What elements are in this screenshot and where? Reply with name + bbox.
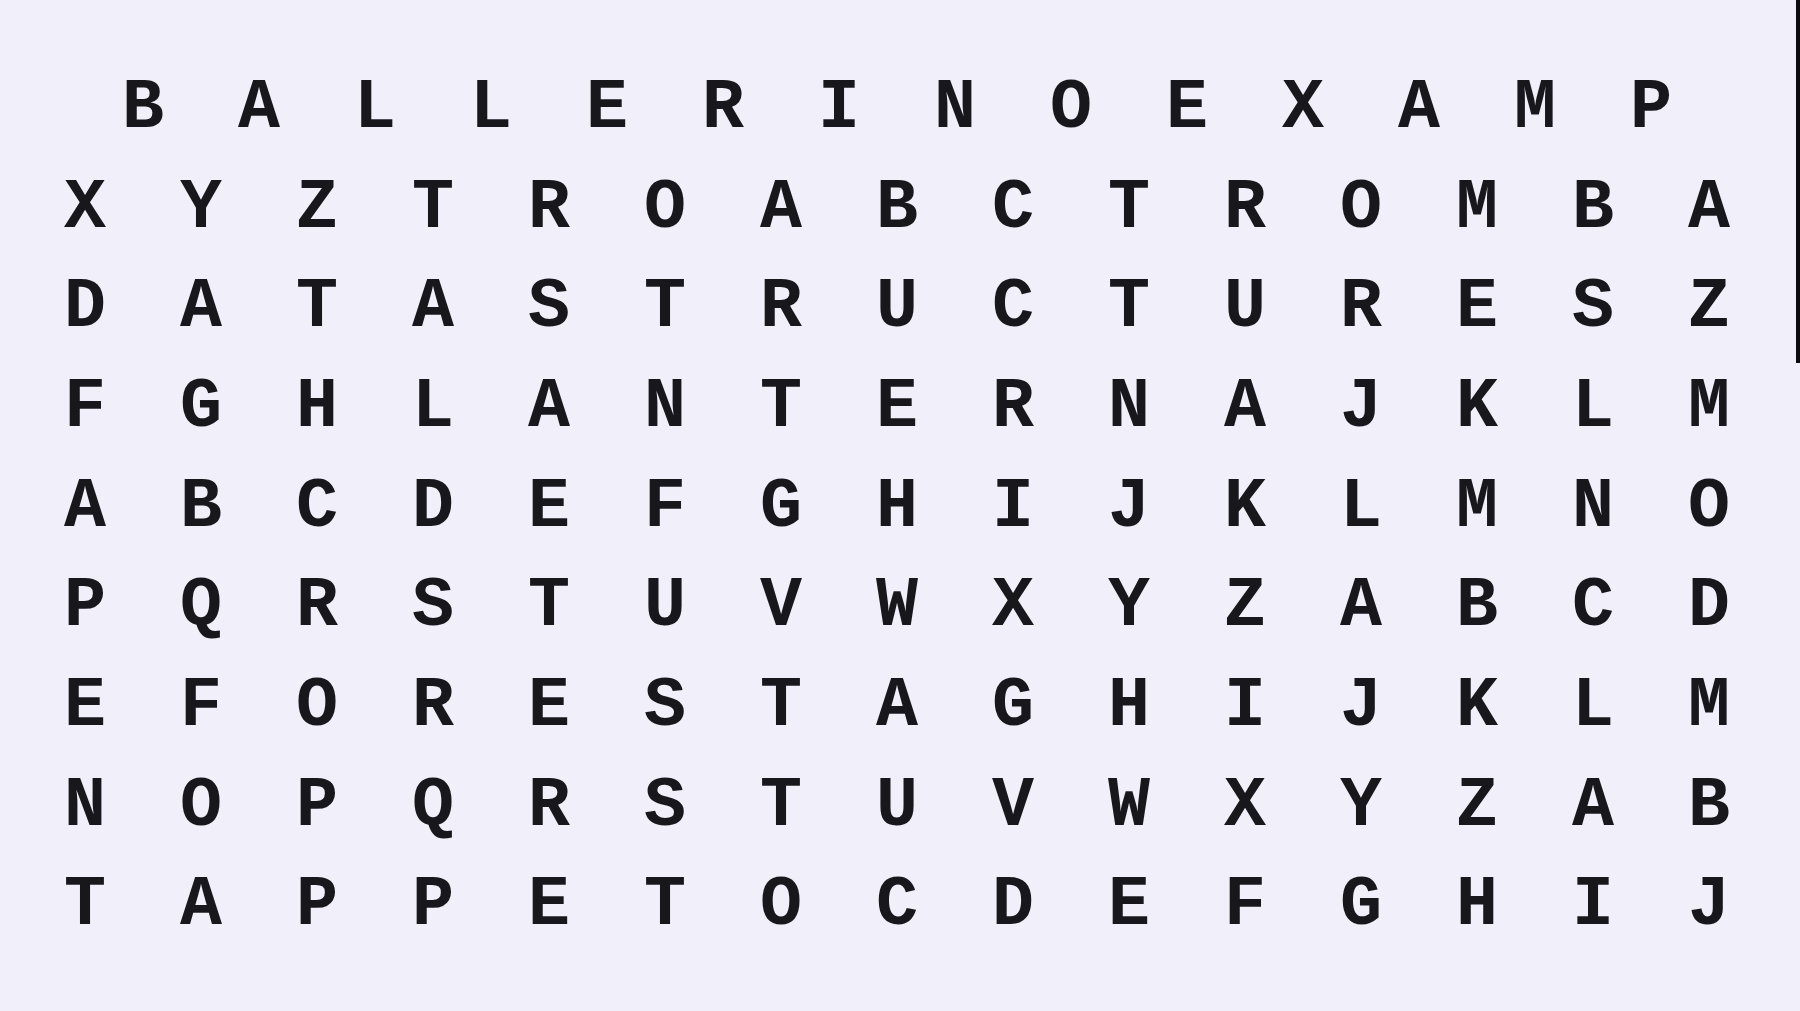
grid-cell[interactable]: D: [375, 458, 491, 558]
grid-cell[interactable]: A: [491, 358, 607, 458]
grid-cell[interactable]: Y: [1071, 557, 1187, 657]
grid-cell[interactable]: X: [27, 159, 143, 259]
grid-cell[interactable]: I: [955, 458, 1071, 558]
grid-cell[interactable]: C: [955, 258, 1071, 358]
grid-cell[interactable]: N: [897, 59, 1013, 159]
grid-cell[interactable]: T: [607, 857, 723, 957]
grid-cell[interactable]: R: [1303, 258, 1419, 358]
grid-cell[interactable]: B: [143, 458, 259, 558]
grid-cell[interactable]: F: [143, 657, 259, 757]
grid-cell[interactable]: Z: [1651, 258, 1767, 358]
grid-cell[interactable]: A: [1187, 358, 1303, 458]
grid-cell[interactable]: A: [1303, 557, 1419, 657]
grid-cell[interactable]: A: [1651, 159, 1767, 259]
grid-cell[interactable]: E: [491, 458, 607, 558]
grid-cell[interactable]: T: [1071, 258, 1187, 358]
grid-cell[interactable]: J: [1651, 857, 1767, 957]
grid-cell[interactable]: A: [143, 258, 259, 358]
grid-cell[interactable]: M: [1419, 458, 1535, 558]
grid-cell[interactable]: R: [375, 657, 491, 757]
grid-row: FGHLANTERNAJKLM: [27, 358, 1767, 458]
grid-row: EFORESTAGHIJKLM: [27, 657, 1767, 757]
grid-cell[interactable]: J: [1303, 657, 1419, 757]
grid-cell[interactable]: Y: [1303, 757, 1419, 857]
grid-cell[interactable]: R: [491, 757, 607, 857]
grid-cell[interactable]: X: [1245, 59, 1361, 159]
scrollbar-thumb[interactable]: [1796, 0, 1800, 363]
grid-cell[interactable]: A: [1361, 59, 1477, 159]
grid-cell[interactable]: F: [607, 458, 723, 558]
grid-cell[interactable]: F: [27, 358, 143, 458]
grid-cell[interactable]: O: [607, 159, 723, 259]
grid-cell[interactable]: S: [375, 557, 491, 657]
grid-cell[interactable]: V: [955, 757, 1071, 857]
grid-cell[interactable]: D: [27, 258, 143, 358]
grid-cell[interactable]: D: [1651, 557, 1767, 657]
grid-cell[interactable]: T: [607, 258, 723, 358]
grid-cell[interactable]: A: [201, 59, 317, 159]
grid-cell[interactable]: U: [607, 557, 723, 657]
grid-cell[interactable]: U: [839, 258, 955, 358]
grid-cell[interactable]: Z: [259, 159, 375, 259]
grid-cell[interactable]: T: [27, 857, 143, 957]
grid-cell[interactable]: A: [1535, 757, 1651, 857]
grid-row: DATASTRUCTURESZ: [27, 258, 1767, 358]
grid-cell[interactable]: B: [1419, 557, 1535, 657]
grid-cell[interactable]: C: [1535, 557, 1651, 657]
grid-row: PQRSTUVWXYZABCD: [27, 557, 1767, 657]
grid-cell[interactable]: J: [1303, 358, 1419, 458]
grid-cell[interactable]: I: [1187, 657, 1303, 757]
grid-cell[interactable]: C: [955, 159, 1071, 259]
grid-cell[interactable]: O: [143, 757, 259, 857]
grid-cell[interactable]: L: [1535, 657, 1651, 757]
grid-cell[interactable]: G: [1303, 857, 1419, 957]
grid-cell[interactable]: M: [1651, 657, 1767, 757]
grid-cell[interactable]: E: [491, 857, 607, 957]
grid-cell[interactable]: L: [1303, 458, 1419, 558]
grid-cell[interactable]: P: [259, 857, 375, 957]
grid-cell[interactable]: E: [27, 657, 143, 757]
grid-cell[interactable]: N: [1071, 358, 1187, 458]
grid-cell[interactable]: A: [375, 258, 491, 358]
grid-cell[interactable]: S: [1535, 258, 1651, 358]
grid-cell[interactable]: O: [1651, 458, 1767, 558]
grid-cell[interactable]: H: [839, 458, 955, 558]
grid-cell[interactable]: R: [665, 59, 781, 159]
grid-cell[interactable]: R: [723, 258, 839, 358]
grid-cell[interactable]: P: [259, 757, 375, 857]
grid-cell[interactable]: G: [955, 657, 1071, 757]
grid-cell[interactable]: P: [375, 857, 491, 957]
grid-cell[interactable]: T: [259, 258, 375, 358]
grid-cell[interactable]: E: [549, 59, 665, 159]
grid-cell[interactable]: I: [781, 59, 897, 159]
grid-cell[interactable]: T: [491, 557, 607, 657]
grid-cell[interactable]: I: [1535, 857, 1651, 957]
grid-row: NOPQRSTUVWXYZAB: [27, 757, 1767, 857]
grid-cell[interactable]: K: [1187, 458, 1303, 558]
grid-cell[interactable]: S: [607, 657, 723, 757]
grid-cell[interactable]: S: [491, 258, 607, 358]
grid-cell[interactable]: Y: [143, 159, 259, 259]
grid-row: XYZTROABCTROMBA: [27, 159, 1767, 259]
grid-cell[interactable]: A: [839, 657, 955, 757]
grid-cell[interactable]: U: [1187, 258, 1303, 358]
grid-cell[interactable]: E: [1071, 857, 1187, 957]
grid-row: BALLERINOEXAMP: [85, 59, 1767, 159]
grid-cell[interactable]: E: [491, 657, 607, 757]
grid-row: ABCDEFGHIJKLMNO: [27, 458, 1767, 558]
grid-cell[interactable]: T: [723, 657, 839, 757]
grid-cell[interactable]: O: [723, 857, 839, 957]
grid-cell[interactable]: B: [85, 59, 201, 159]
grid-cell[interactable]: T: [375, 159, 491, 259]
grid-row: TAPPETOCDEFGHIJ: [27, 857, 1767, 957]
grid-cell[interactable]: M: [1419, 159, 1535, 259]
grid-cell[interactable]: B: [1535, 159, 1651, 259]
grid-cell[interactable]: F: [1187, 857, 1303, 957]
grid-cell[interactable]: K: [1419, 657, 1535, 757]
grid-cell[interactable]: T: [723, 358, 839, 458]
word-search-page: BALLERINOEXAMPXYZTROABCTROMBADATASTRUCTU…: [0, 0, 1800, 1011]
grid-cell[interactable]: G: [143, 358, 259, 458]
grid-cell[interactable]: T: [1071, 159, 1187, 259]
grid-cell[interactable]: O: [1013, 59, 1129, 159]
grid-cell[interactable]: E: [839, 358, 955, 458]
grid-cell[interactable]: S: [607, 757, 723, 857]
grid-cell[interactable]: E: [1129, 59, 1245, 159]
grid-cell[interactable]: R: [259, 557, 375, 657]
grid-cell[interactable]: Q: [143, 557, 259, 657]
grid-cell[interactable]: T: [723, 757, 839, 857]
grid-cell[interactable]: M: [1651, 358, 1767, 458]
grid-cell[interactable]: A: [27, 458, 143, 558]
grid-cell[interactable]: N: [607, 358, 723, 458]
grid-cell[interactable]: P: [1593, 59, 1709, 159]
grid-cell[interactable]: Q: [375, 757, 491, 857]
grid-cell[interactable]: C: [839, 857, 955, 957]
grid-cell[interactable]: D: [955, 857, 1071, 957]
grid-cell[interactable]: J: [1071, 458, 1187, 558]
grid-cell[interactable]: K: [1419, 358, 1535, 458]
grid-cell[interactable]: R: [491, 159, 607, 259]
grid-cell[interactable]: W: [1071, 757, 1187, 857]
grid-cell[interactable]: U: [839, 757, 955, 857]
grid-cell[interactable]: C: [259, 458, 375, 558]
grid-cell[interactable]: H: [1419, 857, 1535, 957]
grid-cell[interactable]: L: [1535, 358, 1651, 458]
word-search-grid: BALLERINOEXAMPXYZTROABCTROMBADATASTRUCTU…: [27, 59, 1767, 956]
grid-cell[interactable]: O: [1303, 159, 1419, 259]
grid-cell[interactable]: Z: [1187, 557, 1303, 657]
grid-cell[interactable]: X: [1187, 757, 1303, 857]
grid-cell[interactable]: N: [1535, 458, 1651, 558]
grid-cell[interactable]: V: [723, 557, 839, 657]
grid-cell[interactable]: B: [1651, 757, 1767, 857]
grid-cell[interactable]: R: [955, 358, 1071, 458]
grid-cell[interactable]: H: [1071, 657, 1187, 757]
grid-cell[interactable]: E: [1419, 258, 1535, 358]
grid-cell[interactable]: L: [317, 59, 433, 159]
grid-cell[interactable]: H: [259, 358, 375, 458]
grid-cell[interactable]: X: [955, 557, 1071, 657]
grid-cell[interactable]: Z: [1419, 757, 1535, 857]
grid-cell[interactable]: R: [1187, 159, 1303, 259]
grid-cell[interactable]: O: [259, 657, 375, 757]
grid-cell[interactable]: L: [375, 358, 491, 458]
grid-cell[interactable]: P: [27, 557, 143, 657]
grid-cell[interactable]: N: [27, 757, 143, 857]
grid-cell[interactable]: L: [433, 59, 549, 159]
grid-cell[interactable]: W: [839, 557, 955, 657]
grid-cell[interactable]: A: [723, 159, 839, 259]
grid-cell[interactable]: B: [839, 159, 955, 259]
grid-cell[interactable]: A: [143, 857, 259, 957]
grid-cell[interactable]: G: [723, 458, 839, 558]
grid-cell[interactable]: M: [1477, 59, 1593, 159]
